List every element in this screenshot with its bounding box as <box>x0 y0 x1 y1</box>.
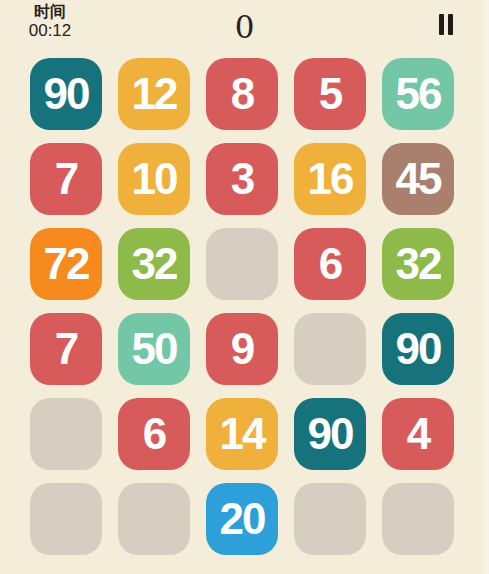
empty-slot-r6c2 <box>118 483 190 555</box>
top-bar: 时间 00:12 0 <box>0 0 489 56</box>
tile-r5c5[interactable]: 4 <box>382 398 454 470</box>
tile-r4c5[interactable]: 90 <box>382 313 454 385</box>
tile-r5c3[interactable]: 14 <box>206 398 278 470</box>
empty-slot-r4c4 <box>294 313 366 385</box>
empty-slot-r6c4 <box>294 483 366 555</box>
pause-button[interactable] <box>436 14 456 36</box>
score-value: 0 <box>0 9 489 45</box>
tile-r6c3[interactable]: 20 <box>206 483 278 555</box>
pause-icon <box>448 14 453 35</box>
tile-r5c2[interactable]: 6 <box>118 398 190 470</box>
tile-r3c2[interactable]: 32 <box>118 228 190 300</box>
tile-r2c3[interactable]: 3 <box>206 143 278 215</box>
tile-r5c4[interactable]: 90 <box>294 398 366 470</box>
tile-r2c1[interactable]: 7 <box>30 143 102 215</box>
empty-slot-r3c3 <box>206 228 278 300</box>
empty-slot-r5c1 <box>30 398 102 470</box>
tile-r4c1[interactable]: 7 <box>30 313 102 385</box>
tile-r1c3[interactable]: 8 <box>206 58 278 130</box>
tile-r4c3[interactable]: 9 <box>206 313 278 385</box>
tile-r1c5[interactable]: 56 <box>382 58 454 130</box>
tile-r2c2[interactable]: 10 <box>118 143 190 215</box>
tile-r1c2[interactable]: 12 <box>118 58 190 130</box>
tile-r3c1[interactable]: 72 <box>30 228 102 300</box>
window-edge <box>484 0 489 574</box>
puzzle-board: 9012855671031645723263275099061490420 <box>0 56 489 555</box>
tile-r1c1[interactable]: 90 <box>30 58 102 130</box>
pause-icon <box>439 14 444 35</box>
tile-r2c5[interactable]: 45 <box>382 143 454 215</box>
tile-r1c4[interactable]: 5 <box>294 58 366 130</box>
tile-r4c2[interactable]: 50 <box>118 313 190 385</box>
empty-slot-r6c5 <box>382 483 454 555</box>
tile-r3c5[interactable]: 32 <box>382 228 454 300</box>
tile-r3c4[interactable]: 6 <box>294 228 366 300</box>
empty-slot-r6c1 <box>30 483 102 555</box>
tile-r2c4[interactable]: 16 <box>294 143 366 215</box>
